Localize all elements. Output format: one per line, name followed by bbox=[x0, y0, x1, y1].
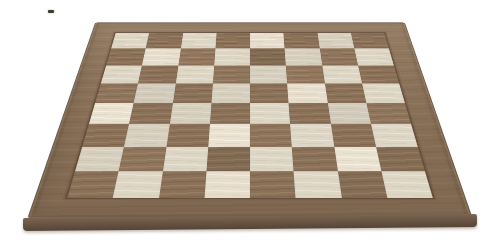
square-g2[interactable] bbox=[334, 146, 381, 171]
square-e6[interactable] bbox=[250, 65, 287, 83]
square-a5[interactable] bbox=[95, 83, 138, 102]
square-b4[interactable] bbox=[129, 103, 172, 124]
square-h4[interactable] bbox=[366, 103, 411, 124]
square-c7[interactable] bbox=[178, 49, 215, 66]
square-b8[interactable] bbox=[146, 33, 183, 49]
square-h1[interactable] bbox=[381, 171, 433, 198]
square-a7[interactable] bbox=[106, 49, 146, 66]
square-d6[interactable] bbox=[213, 65, 250, 83]
square-f2[interactable] bbox=[292, 146, 338, 171]
square-e5[interactable] bbox=[250, 83, 289, 102]
square-h3[interactable] bbox=[371, 124, 418, 147]
square-c8[interactable] bbox=[181, 33, 217, 49]
square-c6[interactable] bbox=[175, 65, 214, 83]
square-f1[interactable] bbox=[294, 171, 342, 198]
square-g6[interactable] bbox=[322, 65, 362, 83]
square-e8[interactable] bbox=[250, 33, 285, 49]
square-d5[interactable] bbox=[211, 83, 250, 102]
square-f3[interactable] bbox=[290, 124, 334, 147]
square-h6[interactable] bbox=[358, 65, 399, 83]
square-d3[interactable] bbox=[208, 124, 250, 147]
square-b1[interactable] bbox=[113, 171, 163, 198]
square-b6[interactable] bbox=[138, 65, 178, 83]
square-b7[interactable] bbox=[142, 49, 180, 66]
square-c2[interactable] bbox=[163, 146, 209, 171]
square-d4[interactable] bbox=[210, 103, 250, 124]
square-f8[interactable] bbox=[284, 33, 320, 49]
square-g3[interactable] bbox=[331, 124, 376, 147]
square-a1[interactable] bbox=[67, 171, 119, 198]
square-d7[interactable] bbox=[214, 49, 250, 66]
square-g1[interactable] bbox=[337, 171, 387, 198]
square-e3[interactable] bbox=[250, 124, 292, 147]
stray-mark bbox=[48, 10, 54, 13]
square-h7[interactable] bbox=[354, 49, 394, 66]
product-photo-stage bbox=[0, 0, 500, 250]
board-side-edge bbox=[23, 214, 477, 231]
chessboard-frame bbox=[27, 22, 473, 219]
square-b2[interactable] bbox=[119, 146, 166, 171]
square-f6[interactable] bbox=[286, 65, 325, 83]
square-f7[interactable] bbox=[285, 49, 322, 66]
square-d8[interactable] bbox=[215, 33, 250, 49]
square-c5[interactable] bbox=[173, 83, 213, 102]
square-g4[interactable] bbox=[327, 103, 370, 124]
square-a6[interactable] bbox=[101, 65, 142, 83]
square-c3[interactable] bbox=[166, 124, 210, 147]
square-f5[interactable] bbox=[287, 83, 327, 102]
square-g8[interactable] bbox=[317, 33, 354, 49]
square-e1[interactable] bbox=[250, 171, 296, 198]
square-e4[interactable] bbox=[250, 103, 290, 124]
square-d1[interactable] bbox=[204, 171, 250, 198]
square-a4[interactable] bbox=[89, 103, 134, 124]
square-e7[interactable] bbox=[250, 49, 286, 66]
square-h5[interactable] bbox=[362, 83, 405, 102]
square-g5[interactable] bbox=[325, 83, 367, 102]
square-b3[interactable] bbox=[124, 124, 169, 147]
chessboard-3d-wrapper bbox=[27, 22, 473, 219]
square-f4[interactable] bbox=[289, 103, 331, 124]
square-a3[interactable] bbox=[82, 124, 129, 147]
square-h8[interactable] bbox=[351, 33, 389, 49]
square-c4[interactable] bbox=[169, 103, 211, 124]
square-g7[interactable] bbox=[319, 49, 357, 66]
square-a8[interactable] bbox=[111, 33, 149, 49]
square-e2[interactable] bbox=[250, 146, 294, 171]
square-c1[interactable] bbox=[159, 171, 207, 198]
square-h2[interactable] bbox=[376, 146, 425, 171]
square-d2[interactable] bbox=[206, 146, 250, 171]
square-b5[interactable] bbox=[134, 83, 176, 102]
square-a2[interactable] bbox=[75, 146, 124, 171]
chessboard bbox=[67, 33, 433, 198]
